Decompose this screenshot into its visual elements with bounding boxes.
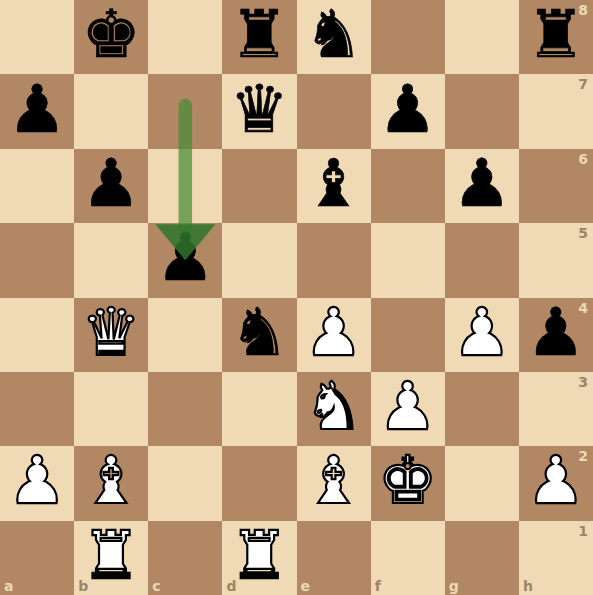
square-e6[interactable]: ♝	[297, 149, 371, 223]
square-g4[interactable]: ♟	[445, 298, 519, 372]
square-a5[interactable]	[0, 223, 74, 297]
square-e8[interactable]: ♞	[297, 0, 371, 74]
rank-label-3: 3	[578, 375, 588, 389]
square-b5[interactable]	[74, 223, 148, 297]
piece-white-pawn[interactable]: ♟	[452, 300, 511, 366]
square-e3[interactable]: ♞	[297, 372, 371, 446]
square-e7[interactable]	[297, 74, 371, 148]
piece-black-pawn[interactable]: ♟	[378, 77, 437, 143]
square-f8[interactable]	[371, 0, 445, 74]
square-h6[interactable]: 6	[519, 149, 593, 223]
square-b7[interactable]	[74, 74, 148, 148]
square-f7[interactable]: ♟	[371, 74, 445, 148]
square-b4[interactable]: ♛	[74, 298, 148, 372]
square-e2[interactable]: ♝	[297, 446, 371, 520]
square-c4[interactable]	[148, 298, 222, 372]
piece-black-pawn[interactable]: ♟	[526, 300, 585, 366]
square-d6[interactable]	[222, 149, 296, 223]
square-f3[interactable]: ♟	[371, 372, 445, 446]
square-a4[interactable]	[0, 298, 74, 372]
piece-black-knight[interactable]: ♞	[304, 2, 363, 68]
piece-black-knight[interactable]: ♞	[230, 300, 289, 366]
square-a8[interactable]	[0, 0, 74, 74]
square-b3[interactable]	[74, 372, 148, 446]
square-d8[interactable]: ♜	[222, 0, 296, 74]
rank-label-6: 6	[578, 152, 588, 166]
piece-white-queen[interactable]: ♛	[82, 300, 141, 366]
square-h8[interactable]: ♜8	[519, 0, 593, 74]
square-c8[interactable]	[148, 0, 222, 74]
square-g3[interactable]	[445, 372, 519, 446]
square-e5[interactable]	[297, 223, 371, 297]
file-label-h: h	[523, 579, 533, 593]
square-g5[interactable]	[445, 223, 519, 297]
piece-black-pawn[interactable]: ♟	[156, 225, 215, 291]
file-label-d: d	[226, 579, 236, 593]
piece-white-bishop[interactable]: ♝	[82, 448, 141, 514]
rank-label-4: 4	[578, 301, 588, 315]
piece-black-rook[interactable]: ♜	[526, 2, 585, 68]
square-c1[interactable]: c	[148, 521, 222, 595]
square-a3[interactable]	[0, 372, 74, 446]
square-h4[interactable]: ♟4	[519, 298, 593, 372]
square-g7[interactable]	[445, 74, 519, 148]
rank-label-5: 5	[578, 226, 588, 240]
square-d2[interactable]	[222, 446, 296, 520]
piece-white-pawn[interactable]: ♟	[304, 300, 363, 366]
square-a1[interactable]: a	[0, 521, 74, 595]
piece-white-rook[interactable]: ♜	[82, 523, 141, 589]
square-g1[interactable]: g	[445, 521, 519, 595]
file-label-b: b	[78, 579, 88, 593]
square-a2[interactable]: ♟	[0, 446, 74, 520]
file-label-c: c	[152, 579, 160, 593]
square-a7[interactable]: ♟	[0, 74, 74, 148]
file-label-f: f	[375, 579, 381, 593]
piece-black-pawn[interactable]: ♟	[7, 77, 66, 143]
square-d5[interactable]	[222, 223, 296, 297]
rank-label-7: 7	[578, 77, 588, 91]
square-b6[interactable]: ♟	[74, 149, 148, 223]
square-c6[interactable]	[148, 149, 222, 223]
square-b2[interactable]: ♝	[74, 446, 148, 520]
square-d4[interactable]: ♞	[222, 298, 296, 372]
piece-black-king[interactable]: ♚	[82, 2, 141, 68]
square-c7[interactable]	[148, 74, 222, 148]
square-e1[interactable]: e	[297, 521, 371, 595]
square-h3[interactable]: 3	[519, 372, 593, 446]
square-e4[interactable]: ♟	[297, 298, 371, 372]
file-label-a: a	[4, 579, 13, 593]
rank-label-2: 2	[578, 449, 588, 463]
rank-label-8: 8	[578, 3, 588, 17]
piece-white-pawn[interactable]: ♟	[378, 374, 437, 440]
file-label-e: e	[301, 579, 311, 593]
square-b1[interactable]: ♜b	[74, 521, 148, 595]
piece-white-bishop[interactable]: ♝	[304, 448, 363, 514]
board-squares: ♚♜♞♜8♟♛♟7♟♝♟6♟5♛♞♟♟♟4♞♟3♟♝♝♚♟2a♜bc♜defg1…	[0, 0, 593, 595]
square-b8[interactable]: ♚	[74, 0, 148, 74]
square-h2[interactable]: ♟2	[519, 446, 593, 520]
square-c2[interactable]	[148, 446, 222, 520]
square-g2[interactable]	[445, 446, 519, 520]
square-h5[interactable]: 5	[519, 223, 593, 297]
piece-black-rook[interactable]: ♜	[230, 2, 289, 68]
square-f1[interactable]: f	[371, 521, 445, 595]
square-f4[interactable]	[371, 298, 445, 372]
square-f2[interactable]: ♚	[371, 446, 445, 520]
square-g8[interactable]	[445, 0, 519, 74]
square-f5[interactable]	[371, 223, 445, 297]
piece-black-pawn[interactable]: ♟	[452, 151, 511, 217]
square-g6[interactable]: ♟	[445, 149, 519, 223]
piece-black-queen[interactable]: ♛	[230, 77, 289, 143]
piece-white-rook[interactable]: ♜	[230, 523, 289, 589]
square-h7[interactable]: 7	[519, 74, 593, 148]
square-h1[interactable]: 1h	[519, 521, 593, 595]
square-d3[interactable]	[222, 372, 296, 446]
file-label-g: g	[449, 579, 459, 593]
rank-label-1: 1	[578, 524, 588, 538]
square-c5[interactable]: ♟	[148, 223, 222, 297]
square-d1[interactable]: ♜d	[222, 521, 296, 595]
piece-white-king[interactable]: ♚	[378, 448, 437, 514]
square-f6[interactable]	[371, 149, 445, 223]
square-c3[interactable]	[148, 372, 222, 446]
piece-white-pawn[interactable]: ♟	[7, 448, 66, 514]
piece-white-pawn[interactable]: ♟	[526, 448, 585, 514]
piece-white-knight[interactable]: ♞	[304, 374, 363, 440]
piece-black-pawn[interactable]: ♟	[82, 151, 141, 217]
square-a6[interactable]	[0, 149, 74, 223]
square-d7[interactable]: ♛	[222, 74, 296, 148]
chess-board: ♚♜♞♜8♟♛♟7♟♝♟6♟5♛♞♟♟♟4♞♟3♟♝♝♚♟2a♜bc♜defg1…	[0, 0, 593, 595]
piece-black-bishop[interactable]: ♝	[304, 151, 363, 217]
